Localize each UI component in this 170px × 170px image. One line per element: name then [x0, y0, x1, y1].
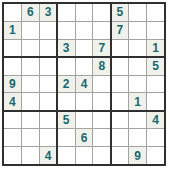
cell-r7c1[interactable] [4, 111, 21, 128]
cell-r8c3[interactable] [40, 129, 57, 146]
cell-r2c3[interactable] [40, 22, 57, 39]
cell-r9c1[interactable] [4, 147, 21, 164]
cell-r1c6[interactable] [93, 4, 110, 21]
cell-r8c1[interactable] [4, 129, 21, 146]
cell-r1c8[interactable] [129, 4, 146, 21]
cell-r3c5[interactable] [76, 40, 93, 57]
cell-r7c5[interactable] [76, 111, 93, 128]
cell-r3c2[interactable] [22, 40, 39, 57]
cell-r5c3[interactable] [40, 76, 57, 93]
cell-r6c6[interactable] [93, 93, 110, 110]
cell-r1c5[interactable] [76, 4, 93, 21]
cell-r1c7: 5 [111, 4, 128, 21]
cell-r4c2[interactable] [22, 58, 39, 75]
cell-r9c7[interactable] [111, 147, 128, 164]
cell-r8c4[interactable] [58, 129, 75, 146]
cell-r3c4: 3 [58, 40, 75, 57]
cell-r6c4[interactable] [58, 93, 75, 110]
cell-r8c8[interactable] [129, 129, 146, 146]
cell-r3c3[interactable] [40, 40, 57, 57]
cell-r5c9[interactable] [147, 76, 164, 93]
cell-r1c3: 3 [40, 4, 57, 21]
cell-r7c8[interactable] [129, 111, 146, 128]
cell-r4c5[interactable] [76, 58, 93, 75]
cell-r5c5: 4 [76, 76, 93, 93]
cell-r9c4[interactable] [58, 147, 75, 164]
cell-r6c5[interactable] [76, 93, 93, 110]
cell-r2c9[interactable] [147, 22, 164, 39]
cell-r7c6[interactable] [93, 111, 110, 128]
cell-r5c4: 2 [58, 76, 75, 93]
cell-r2c2[interactable] [22, 22, 39, 39]
cell-r5c1: 9 [4, 76, 21, 93]
cell-r3c6: 7 [93, 40, 110, 57]
cell-r3c8[interactable] [129, 40, 146, 57]
cell-r7c4: 5 [58, 111, 75, 128]
cell-r9c5[interactable] [76, 147, 93, 164]
cell-r9c2[interactable] [22, 147, 39, 164]
cell-r9c8: 9 [129, 147, 146, 164]
cell-r1c1[interactable] [4, 4, 21, 21]
cell-r6c7[interactable] [111, 93, 128, 110]
sudoku-puzzle: 63517371859244154649 [0, 0, 170, 170]
cell-r3c7[interactable] [111, 40, 128, 57]
cell-r5c2[interactable] [22, 76, 39, 93]
cell-r7c7[interactable] [111, 111, 128, 128]
cell-r1c9[interactable] [147, 4, 164, 21]
cell-r4c8[interactable] [129, 58, 146, 75]
cell-r8c2[interactable] [22, 129, 39, 146]
cell-r1c2: 6 [22, 4, 39, 21]
cell-r2c4[interactable] [58, 22, 75, 39]
cell-r2c1: 1 [4, 22, 21, 39]
cell-r5c8[interactable] [129, 76, 146, 93]
cell-r9c3: 4 [40, 147, 57, 164]
cell-r5c6[interactable] [93, 76, 110, 93]
cell-r3c1[interactable] [4, 40, 21, 57]
cell-r8c7[interactable] [111, 129, 128, 146]
cell-r2c5[interactable] [76, 22, 93, 39]
cell-r9c9[interactable] [147, 147, 164, 164]
cell-r2c8[interactable] [129, 22, 146, 39]
cell-r4c6: 8 [93, 58, 110, 75]
cell-r6c2[interactable] [22, 93, 39, 110]
cell-r4c1[interactable] [4, 58, 21, 75]
cell-r4c4[interactable] [58, 58, 75, 75]
cell-r1c4[interactable] [58, 4, 75, 21]
cell-r3c9: 1 [147, 40, 164, 57]
cell-r6c9[interactable] [147, 93, 164, 110]
cell-r7c2[interactable] [22, 111, 39, 128]
cell-r8c5: 6 [76, 129, 93, 146]
cell-r6c8: 1 [129, 93, 146, 110]
sudoku-board: 63517371859244154649 [2, 2, 166, 166]
cell-r4c3[interactable] [40, 58, 57, 75]
cell-r8c6[interactable] [93, 129, 110, 146]
cell-r7c9: 4 [147, 111, 164, 128]
cell-r2c7: 7 [111, 22, 128, 39]
cell-r9c6[interactable] [93, 147, 110, 164]
cell-r6c1: 4 [4, 93, 21, 110]
cell-r2c6[interactable] [93, 22, 110, 39]
cell-r7c3[interactable] [40, 111, 57, 128]
cell-r4c7[interactable] [111, 58, 128, 75]
cell-r5c7[interactable] [111, 76, 128, 93]
cell-r4c9: 5 [147, 58, 164, 75]
cell-r6c3[interactable] [40, 93, 57, 110]
cell-r8c9[interactable] [147, 129, 164, 146]
